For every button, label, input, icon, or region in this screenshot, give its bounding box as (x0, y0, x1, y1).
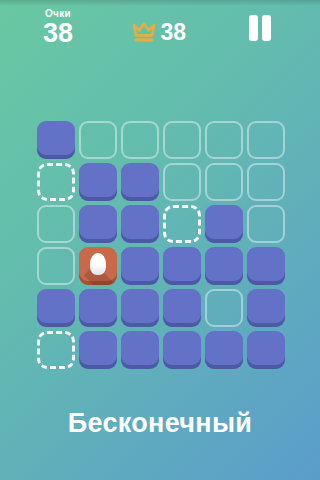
board-cell-r2c2[interactable] (79, 163, 117, 201)
board-cell-r5c2[interactable] (79, 289, 117, 327)
board-cell-r1c2[interactable] (79, 121, 117, 159)
score-block: Очки 38 (34, 8, 82, 47)
board-cell-r3c4[interactable] (163, 205, 201, 243)
board-cell-r4c1[interactable] (37, 247, 75, 285)
board-cell-r2c5[interactable] (205, 163, 243, 201)
board-cell-r3c6[interactable] (247, 205, 285, 243)
top-shade (0, 0, 320, 6)
board-cell-r2c1[interactable] (37, 163, 75, 201)
board-cell-r4c3[interactable] (121, 247, 159, 285)
board-cell-r6c5[interactable] (205, 331, 243, 369)
pause-icon (249, 15, 258, 41)
board-cell-r2c4[interactable] (163, 163, 201, 201)
board-cell-r1c1[interactable] (37, 121, 75, 159)
board-cell-r1c3[interactable] (121, 121, 159, 159)
pause-button[interactable] (249, 15, 277, 43)
game-screen: Очки 38 38 Бесконечный (0, 0, 320, 480)
pause-icon (262, 15, 271, 41)
crown-score-value: 38 (161, 21, 187, 44)
board-cell-r3c1[interactable] (37, 205, 75, 243)
mode-title: Бесконечный (0, 408, 320, 439)
player-piece[interactable] (90, 253, 106, 275)
board-cell-r3c5[interactable] (205, 205, 243, 243)
board-cell-r4c4[interactable] (163, 247, 201, 285)
crown-score-block: 38 (131, 20, 187, 44)
score-value: 38 (34, 20, 82, 47)
board-cell-r2c6[interactable] (247, 163, 285, 201)
board-cell-r1c6[interactable] (247, 121, 285, 159)
board-cell-r6c6[interactable] (247, 331, 285, 369)
board-cell-r5c1[interactable] (37, 289, 75, 327)
board-cell-r6c3[interactable] (121, 331, 159, 369)
board-cell-r6c1[interactable] (37, 331, 75, 369)
board-cell-r5c4[interactable] (163, 289, 201, 327)
board-cell-r2c3[interactable] (121, 163, 159, 201)
crown-icon (131, 20, 158, 44)
board-cell-r1c5[interactable] (205, 121, 243, 159)
board-cell-r1c4[interactable] (163, 121, 201, 159)
board-cell-r6c4[interactable] (163, 331, 201, 369)
board-cell-r5c5[interactable] (205, 289, 243, 327)
board-cell-r4c6[interactable] (247, 247, 285, 285)
board-cell-r4c5[interactable] (205, 247, 243, 285)
puzzle-board (37, 121, 285, 369)
board-cell-r6c2[interactable] (79, 331, 117, 369)
score-label: Очки (34, 8, 82, 19)
board-cell-r5c3[interactable] (121, 289, 159, 327)
board-cell-r5c6[interactable] (247, 289, 285, 327)
board-cell-r4c2[interactable] (79, 247, 117, 285)
board-cell-r3c2[interactable] (79, 205, 117, 243)
board-cell-r3c3[interactable] (121, 205, 159, 243)
